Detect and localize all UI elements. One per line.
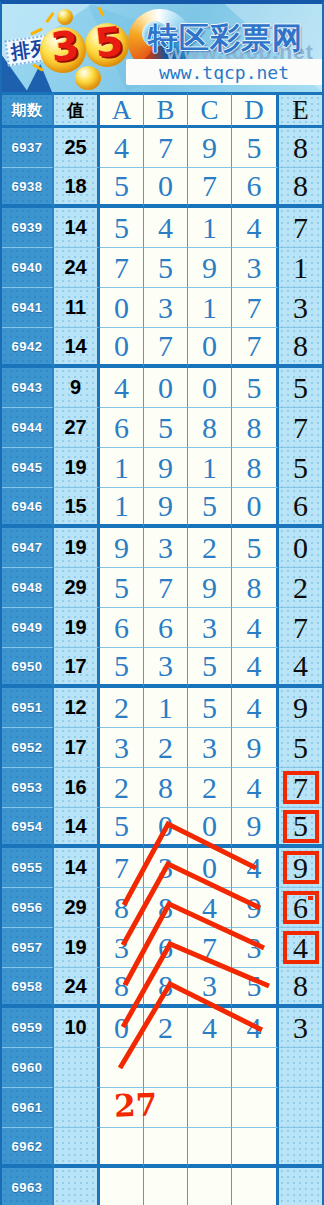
digit-cell-B: 4 [144, 208, 188, 248]
table-row-6959: 69591002443 [2, 1008, 322, 1048]
digit-cell-A: 5 [100, 648, 144, 688]
red-highlight-box: 4 [283, 931, 319, 964]
period-cell: 6946 [2, 488, 54, 528]
period-cell: 6962 [2, 1128, 54, 1168]
digit-cell-E: 2 [279, 568, 322, 608]
sum-value-cell [54, 1128, 100, 1168]
digit-cell-E: 0 [279, 528, 322, 568]
table-row-6949: 69491966347 [2, 608, 322, 648]
digit-cell-C: 1 [188, 288, 232, 328]
digit-cell-D: 8 [232, 568, 279, 608]
header-cell-B: B [144, 92, 188, 128]
sum-value-cell: 19 [54, 528, 100, 568]
header-cell-D: D [232, 92, 279, 128]
digit-cell-B [144, 1048, 188, 1088]
digit-cell-B: 8 [144, 768, 188, 808]
table-row-6946: 69461519506 [2, 488, 322, 528]
digit-cell-A: 0 [100, 328, 144, 368]
table-row-6947: 69471993250 [2, 528, 322, 568]
digit-cell-D: 8 [232, 448, 279, 488]
sum-value-cell: 18 [54, 168, 100, 208]
period-cell: 6942 [2, 328, 54, 368]
table-row-6963: 6963 [2, 1168, 322, 1205]
digit-cell-B: 0 [144, 368, 188, 408]
digit-cell-E: 8 [279, 128, 322, 168]
digit-cell-D: 4 [232, 688, 279, 728]
digit-cell-A [100, 1048, 144, 1088]
digit-cell-A: 3 [100, 928, 144, 968]
period-cell: 6957 [2, 928, 54, 968]
sum-value-cell: 12 [54, 688, 100, 728]
digit-cell-B: 6 [144, 608, 188, 648]
digit-cell-D: 5 [232, 968, 279, 1008]
site-banner: 排列 3 5 www.tqcp.net 特区彩票网 www.tqcp.net [2, 4, 322, 92]
digit-cell-B [144, 1128, 188, 1168]
digit-cell-E: 5 [279, 368, 322, 408]
table-row-6956: 69562988496 [2, 888, 322, 928]
digit-cell-D: 3 [232, 928, 279, 968]
digit-cell-A: 3 [100, 728, 144, 768]
sum-value-cell [54, 1088, 100, 1128]
period-cell: 6938 [2, 168, 54, 208]
period-cell: 6961 [2, 1088, 54, 1128]
digit-cell-C: 1 [188, 448, 232, 488]
digit-cell-B: 2 [144, 728, 188, 768]
trend-table-body: 6937254795869381850768693914541476940247… [2, 128, 322, 1205]
digit-cell-C: 7 [188, 168, 232, 208]
site-title: 特区彩票网 [148, 18, 303, 59]
digit-cell-C: 9 [188, 128, 232, 168]
table-row-6958: 69582488358 [2, 968, 322, 1008]
digit-cell-C [188, 1048, 232, 1088]
period-cell: 6959 [2, 1008, 54, 1048]
table-header-row: 期数值ABCDE [2, 92, 322, 128]
digit-cell-C: 4 [188, 888, 232, 928]
sum-value-cell: 14 [54, 808, 100, 848]
digit-cell-E: 1 [279, 248, 322, 288]
red-dot-mark [308, 896, 313, 900]
digit-cell-C: 3 [188, 728, 232, 768]
logo-number-3: 3 [49, 25, 81, 68]
red-highlight-box: 9 [283, 851, 319, 884]
sum-value-cell [54, 1048, 100, 1088]
digit-cell-D: 6 [232, 168, 279, 208]
digit-cell-D [232, 1088, 279, 1128]
sum-value-cell: 14 [54, 208, 100, 248]
digit-cell-C: 5 [188, 688, 232, 728]
digit-cell-D [232, 1048, 279, 1088]
digit-cell-C: 0 [188, 368, 232, 408]
sum-value-cell: 17 [54, 648, 100, 688]
digit-cell-C: 3 [188, 608, 232, 648]
digit-cell-D [232, 1128, 279, 1168]
red-highlight-box: 7 [283, 771, 319, 804]
digit-cell-D: 0 [232, 488, 279, 528]
period-cell: 6948 [2, 568, 54, 608]
digit-cell-A: 2 [100, 768, 144, 808]
digit-cell-D: 5 [232, 368, 279, 408]
table-row-6938: 69381850768 [2, 168, 322, 208]
digit-cell-B: 9 [144, 488, 188, 528]
sum-value-cell: 24 [54, 968, 100, 1008]
sum-value-cell: 25 [54, 128, 100, 168]
sum-value-cell: 14 [54, 848, 100, 888]
digit-cell-E: 5 [279, 728, 322, 768]
digit-cell-A [100, 1088, 144, 1128]
digit-cell-C: 2 [188, 768, 232, 808]
digit-cell-D: 7 [232, 288, 279, 328]
digit-cell-A: 1 [100, 448, 144, 488]
digit-cell-A: 5 [100, 808, 144, 848]
digit-cell-D: 4 [232, 768, 279, 808]
sum-value-cell: 19 [54, 928, 100, 968]
digit-cell-A: 1 [100, 488, 144, 528]
digit-cell-C: 5 [188, 648, 232, 688]
digit-cell-D: 9 [232, 888, 279, 928]
table-row-6962: 6962 [2, 1128, 322, 1168]
digit-cell-C: 8 [188, 408, 232, 448]
digit-cell-E: 4 [279, 648, 322, 688]
header-cell-E: E [279, 92, 322, 128]
digit-cell-A: 0 [100, 288, 144, 328]
table-row-6951: 69511221549 [2, 688, 322, 728]
table-row-6955: 69551473049 [2, 848, 322, 888]
digit-cell-A: 5 [100, 168, 144, 208]
period-cell: 6955 [2, 848, 54, 888]
header-cell-A: A [100, 92, 144, 128]
digit-cell-E: 6 [279, 888, 322, 928]
digit-cell-D: 8 [232, 408, 279, 448]
sum-value-cell: 17 [54, 728, 100, 768]
digit-cell-C: 2 [188, 528, 232, 568]
digit-cell-D: 5 [232, 128, 279, 168]
digit-cell-D: 5 [232, 528, 279, 568]
sum-value-cell: 11 [54, 288, 100, 328]
period-cell: 6954 [2, 808, 54, 848]
digit-cell-E: 7 [279, 208, 322, 248]
digit-cell-A: 4 [100, 128, 144, 168]
sum-value-cell: 19 [54, 608, 100, 648]
period-cell: 6945 [2, 448, 54, 488]
digit-cell-E [279, 1168, 322, 1205]
digit-cell-B: 3 [144, 848, 188, 888]
sum-value-cell: 29 [54, 568, 100, 608]
table-row-6940: 69402475931 [2, 248, 322, 288]
digit-cell-C [188, 1128, 232, 1168]
digit-cell-E: 3 [279, 288, 322, 328]
digit-cell-C: 1 [188, 208, 232, 248]
digit-cell-B [144, 1168, 188, 1205]
table-row-6945: 69451919185 [2, 448, 322, 488]
period-cell: 6956 [2, 888, 54, 928]
period-cell: 6937 [2, 128, 54, 168]
digit-cell-B: 3 [144, 648, 188, 688]
digit-cell-E: 9 [279, 848, 322, 888]
header-cell-C: C [188, 92, 232, 128]
period-cell: 6947 [2, 528, 54, 568]
period-cell: 6960 [2, 1048, 54, 1088]
sum-value-cell: 14 [54, 328, 100, 368]
digit-cell-C [188, 1088, 232, 1128]
sum-value-cell: 15 [54, 488, 100, 528]
digit-cell-B: 8 [144, 888, 188, 928]
digit-cell-E: 7 [279, 608, 322, 648]
digit-cell-D [232, 1168, 279, 1205]
digit-cell-C [188, 1168, 232, 1205]
table-row-6942: 69421407078 [2, 328, 322, 368]
digit-cell-D: 7 [232, 328, 279, 368]
sum-value-cell: 9 [54, 368, 100, 408]
digit-cell-D: 9 [232, 728, 279, 768]
digit-cell-A: 8 [100, 888, 144, 928]
digit-cell-E: 7 [279, 768, 322, 808]
digit-cell-A: 5 [100, 208, 144, 248]
digit-cell-C: 7 [188, 928, 232, 968]
digit-cell-D: 4 [232, 648, 279, 688]
table-row-6950: 69501753544 [2, 648, 322, 688]
sum-value-cell: 19 [54, 448, 100, 488]
digit-cell-A: 2 [100, 688, 144, 728]
digit-cell-A: 4 [100, 368, 144, 408]
period-cell: 6941 [2, 288, 54, 328]
sum-value-cell: 29 [54, 888, 100, 928]
digit-cell-E: 8 [279, 328, 322, 368]
digit-cell-B: 6 [144, 928, 188, 968]
logo-number-5: 5 [93, 21, 125, 64]
digit-cell-E: 8 [279, 968, 322, 1008]
digit-cell-E [279, 1048, 322, 1088]
period-cell: 6939 [2, 208, 54, 248]
digit-cell-B: 1 [144, 688, 188, 728]
digit-cell-B: 7 [144, 128, 188, 168]
digit-cell-A: 6 [100, 408, 144, 448]
digit-cell-C: 4 [188, 1008, 232, 1048]
digit-cell-C: 9 [188, 248, 232, 288]
sum-value-cell: 10 [54, 1008, 100, 1048]
sum-value-cell: 24 [54, 248, 100, 288]
digit-cell-C: 0 [188, 848, 232, 888]
table-row-6939: 69391454147 [2, 208, 322, 248]
digit-cell-E [279, 1128, 322, 1168]
period-cell: 6950 [2, 648, 54, 688]
digit-cell-E: 9 [279, 688, 322, 728]
digit-cell-C: 9 [188, 568, 232, 608]
digit-cell-B: 7 [144, 328, 188, 368]
digit-cell-D: 4 [232, 1008, 279, 1048]
digit-cell-B: 7 [144, 568, 188, 608]
table-row-6957: 69571936734 [2, 928, 322, 968]
digit-cell-A [100, 1128, 144, 1168]
digit-cell-E [279, 1088, 322, 1128]
table-row-6960: 6960 [2, 1048, 322, 1088]
digit-cell-B: 5 [144, 408, 188, 448]
lottery-trend-chart-page: 排列 3 5 www.tqcp.net 特区彩票网 www.tqcp.net 期… [0, 0, 324, 1205]
header-cell-期数: 期数 [2, 92, 54, 128]
table-row-6943: 6943940055 [2, 368, 322, 408]
period-cell: 6943 [2, 368, 54, 408]
sum-value-cell: 16 [54, 768, 100, 808]
sum-value-cell: 27 [54, 408, 100, 448]
digit-cell-A: 6 [100, 608, 144, 648]
digit-cell-B: 3 [144, 528, 188, 568]
digit-cell-E: 8 [279, 168, 322, 208]
trend-table: 期数值ABCDE 6937254795869381850768693914541… [2, 92, 322, 1205]
header-cell-值: 值 [54, 92, 100, 128]
digit-cell-C: 0 [188, 328, 232, 368]
digit-cell-C: 0 [188, 808, 232, 848]
digit-cell-B: 0 [144, 808, 188, 848]
period-cell: 6944 [2, 408, 54, 448]
url-strip: www.tqcp.net [126, 59, 322, 85]
digit-cell-D: 4 [232, 608, 279, 648]
table-row-6961: 6961 [2, 1088, 322, 1128]
digit-cell-A: 9 [100, 528, 144, 568]
digit-cell-B: 2 [144, 1008, 188, 1048]
period-cell: 6958 [2, 968, 54, 1008]
sum-value-cell [54, 1168, 100, 1205]
period-cell: 6963 [2, 1168, 54, 1205]
period-cell: 6949 [2, 608, 54, 648]
digit-cell-D: 4 [232, 848, 279, 888]
digit-cell-D: 9 [232, 808, 279, 848]
digit-cell-E: 4 [279, 928, 322, 968]
digit-cell-C: 3 [188, 968, 232, 1008]
digit-cell-B [144, 1088, 188, 1128]
red-highlight-box: 5 [283, 810, 319, 843]
site-url: www.tqcp.net [159, 62, 289, 83]
digit-cell-E: 5 [279, 808, 322, 848]
period-cell: 6951 [2, 688, 54, 728]
table-row-6937: 69372547958 [2, 128, 322, 168]
digit-cell-B: 8 [144, 968, 188, 1008]
digit-cell-E: 7 [279, 408, 322, 448]
digit-cell-B: 9 [144, 448, 188, 488]
period-cell: 6952 [2, 728, 54, 768]
table-row-6952: 69521732395 [2, 728, 322, 768]
table-row-6953: 69531628247 [2, 768, 322, 808]
red-highlight-box: 6 [283, 891, 319, 924]
digit-cell-D: 4 [232, 208, 279, 248]
digit-cell-A: 7 [100, 848, 144, 888]
digit-cell-A [100, 1168, 144, 1205]
digit-cell-A: 7 [100, 248, 144, 288]
digit-cell-A: 5 [100, 568, 144, 608]
period-cell: 6940 [2, 248, 54, 288]
digit-cell-E: 5 [279, 448, 322, 488]
table-row-6941: 69411103173 [2, 288, 322, 328]
digit-cell-E: 3 [279, 1008, 322, 1048]
digit-cell-C: 5 [188, 488, 232, 528]
digit-cell-D: 3 [232, 248, 279, 288]
digit-cell-A: 0 [100, 1008, 144, 1048]
digit-cell-B: 3 [144, 288, 188, 328]
table-row-6944: 69442765887 [2, 408, 322, 448]
digit-cell-B: 5 [144, 248, 188, 288]
table-row-6948: 69482957982 [2, 568, 322, 608]
medium-lottery-ball [75, 66, 101, 90]
table-row-6954: 69541450095 [2, 808, 322, 848]
digit-cell-B: 0 [144, 168, 188, 208]
digit-cell-E: 6 [279, 488, 322, 528]
digit-cell-A: 8 [100, 968, 144, 1008]
period-cell: 6953 [2, 768, 54, 808]
